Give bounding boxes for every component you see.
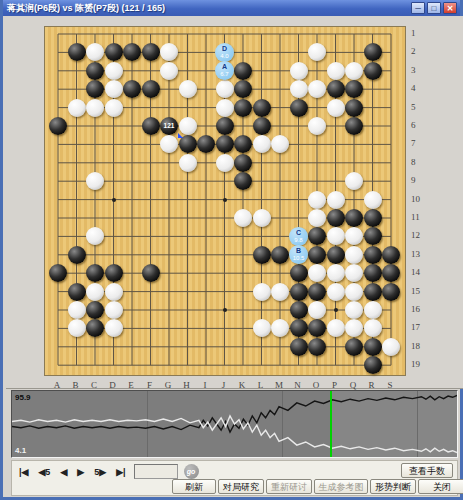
black-stone [364, 338, 382, 356]
white-stone [216, 154, 234, 172]
black-stone [142, 80, 160, 98]
close-button[interactable]: ✕ [443, 2, 457, 14]
row-label-3: 3 [411, 65, 427, 75]
go-button[interactable]: go [184, 464, 199, 479]
current-move-line[interactable] [330, 391, 332, 457]
white-stone [86, 283, 104, 301]
nav-forward-button[interactable]: ▶ [75, 466, 86, 478]
black-stone [290, 338, 308, 356]
black-stone [364, 264, 382, 282]
nav-first-button[interactable]: |◀ [17, 466, 30, 478]
white-stone [308, 301, 326, 319]
star-point [112, 198, 116, 202]
black-stone [86, 301, 104, 319]
row-label-4: 4 [411, 83, 427, 93]
black-stone [179, 135, 197, 153]
white-stone [364, 319, 382, 337]
white-stone [364, 191, 382, 209]
minimize-button[interactable]: ─ [411, 2, 425, 14]
black-stone [290, 283, 308, 301]
board-area: 121D4.0A6.7C9.8B10.5 ABCDEFGHIJKLMNOPQRS… [6, 16, 463, 389]
col-label-N: N [292, 380, 304, 390]
ai-suggestion-D[interactable]: D4.0 [215, 43, 234, 62]
white-stone [253, 135, 271, 153]
black-stone [290, 301, 308, 319]
white-stone [68, 99, 86, 117]
col-label-M: M [273, 380, 285, 390]
row-label-16: 16 [411, 304, 427, 314]
white-stone [105, 62, 123, 80]
black-stone [345, 338, 363, 356]
white-stone [327, 283, 345, 301]
col-label-I: I [199, 380, 211, 390]
white-stone [364, 301, 382, 319]
row-label-9: 9 [411, 175, 427, 185]
winrate-lines [12, 391, 457, 457]
black-stone [364, 283, 382, 301]
col-label-Q: Q [347, 380, 359, 390]
white-stone [234, 209, 252, 227]
row-label-17: 17 [411, 322, 427, 332]
view-moves-button[interactable]: 查看手数 [401, 463, 453, 478]
white-stone [253, 209, 271, 227]
black-stone [345, 117, 363, 135]
star-point [223, 308, 227, 312]
nav-forward5-button[interactable]: 5▶ [92, 466, 108, 478]
col-label-R: R [366, 380, 378, 390]
white-stone [105, 283, 123, 301]
row-label-19: 19 [411, 359, 427, 369]
row-label-5: 5 [411, 102, 427, 112]
black-stone [68, 43, 86, 61]
black-stone [142, 117, 160, 135]
black-stone [68, 246, 86, 264]
black-stone [308, 338, 326, 356]
black-stone [234, 62, 252, 80]
black-stone [364, 43, 382, 61]
black-stone [364, 209, 382, 227]
ai-suggestion-B[interactable]: B10.5 [289, 245, 308, 264]
move-number-input[interactable] [134, 464, 178, 479]
col-label-B: B [70, 380, 82, 390]
white-stone [290, 80, 308, 98]
black-winrate-label: 95.9 [15, 393, 31, 402]
button-2[interactable]: 对局研究 [218, 479, 264, 494]
col-label-O: O [310, 380, 322, 390]
ai-suggestion-C[interactable]: C9.8 [289, 227, 308, 246]
black-stone [290, 319, 308, 337]
black-stone [234, 154, 252, 172]
black-stone [105, 43, 123, 61]
black-stone [234, 99, 252, 117]
black-stone [142, 264, 160, 282]
col-label-L: L [255, 380, 267, 390]
row-label-11: 11 [411, 212, 427, 222]
go-board[interactable]: 121D4.0A6.7C9.8B10.5 [44, 26, 406, 376]
col-label-K: K [236, 380, 248, 390]
white-stone [179, 154, 197, 172]
white-stone [253, 319, 271, 337]
row-label-12: 12 [411, 230, 427, 240]
black-stone [327, 80, 345, 98]
black-stone [86, 62, 104, 80]
row-label-10: 10 [411, 194, 427, 204]
white-stone [327, 62, 345, 80]
white-stone [216, 80, 234, 98]
white-stone [382, 338, 400, 356]
col-label-A: A [51, 380, 63, 390]
black-stone [216, 135, 234, 153]
black-stone [327, 209, 345, 227]
white-stone [105, 319, 123, 337]
white-stone [290, 62, 308, 80]
row-label-13: 13 [411, 249, 427, 259]
button-1[interactable]: 刷新 [172, 479, 216, 494]
black-stone [142, 43, 160, 61]
white-stone [308, 191, 326, 209]
black-stone [49, 117, 67, 135]
button-3-disabled: 重新研讨 [266, 479, 312, 494]
window-title: 蒋其润(P6段) vs 陈赟(P7段) (121 / 165) [7, 2, 165, 15]
black-stone [68, 283, 86, 301]
col-label-C: C [88, 380, 100, 390]
white-stone [105, 301, 123, 319]
row-label-18: 18 [411, 341, 427, 351]
black-stone [105, 264, 123, 282]
white-stone [327, 99, 345, 117]
col-label-J: J [218, 380, 230, 390]
row-label-6: 6 [411, 120, 427, 130]
winrate-graph[interactable]: 95.94.1 [11, 390, 458, 458]
black-stone [253, 246, 271, 264]
black-stone [345, 209, 363, 227]
white-stone [68, 301, 86, 319]
col-label-P: P [329, 380, 341, 390]
ai-suggestion-A[interactable]: A6.7 [215, 61, 234, 80]
nav-last-button[interactable]: ▶| [114, 466, 127, 478]
nav-back-button[interactable]: ◀ [58, 466, 69, 478]
nav-back5-button[interactable]: ◀5 [36, 466, 52, 478]
button-6[interactable]: 关闭 [418, 479, 463, 494]
white-stone [345, 62, 363, 80]
white-stone [216, 99, 234, 117]
col-label-E: E [125, 380, 137, 390]
col-label-H: H [181, 380, 193, 390]
maximize-button[interactable]: □ [427, 2, 441, 14]
white-stone [105, 80, 123, 98]
current-move-triangle-marker [178, 133, 183, 138]
white-stone [253, 283, 271, 301]
row-label-15: 15 [411, 286, 427, 296]
black-stone [364, 246, 382, 264]
white-winrate-label: 4.1 [15, 446, 26, 455]
white-stone [345, 246, 363, 264]
star-point [223, 198, 227, 202]
white-stone [160, 62, 178, 80]
white-stone [327, 227, 345, 245]
black-stone [345, 99, 363, 117]
black-stone [382, 246, 400, 264]
title-bar[interactable]: 蒋其润(P6段) vs 陈赟(P7段) (121 / 165) ─ □ ✕ [3, 0, 460, 16]
white-stone [327, 191, 345, 209]
white-stone [327, 319, 345, 337]
row-label-1: 1 [411, 28, 427, 38]
black-stone [271, 246, 289, 264]
black-stone [308, 246, 326, 264]
white-stone [68, 319, 86, 337]
col-label-G: G [162, 380, 174, 390]
col-label-F: F [144, 380, 156, 390]
white-stone [345, 301, 363, 319]
black-stone [382, 283, 400, 301]
star-point [334, 308, 338, 312]
black-stone [364, 356, 382, 374]
black-stone [216, 117, 234, 135]
black-stone [364, 62, 382, 80]
col-label-S: S [384, 380, 396, 390]
white-stone [105, 99, 123, 117]
row-label-8: 8 [411, 157, 427, 167]
row-label-14: 14 [411, 267, 427, 277]
white-stone [308, 209, 326, 227]
button-4-disabled: 生成参考图 [314, 479, 368, 494]
row-label-2: 2 [411, 46, 427, 56]
black-stone [327, 246, 345, 264]
black-stone [290, 264, 308, 282]
black-stone [364, 227, 382, 245]
white-stone [308, 117, 326, 135]
row-label-7: 7 [411, 138, 427, 148]
white-stone [345, 283, 363, 301]
last-move-number: 121 [160, 117, 178, 135]
button-5[interactable]: 形势判断 [370, 479, 416, 494]
white-stone [179, 80, 197, 98]
white-stone [86, 99, 104, 117]
control-panel: |◀◀5◀▶5▶▶|go 查看手数 刷新对局研究重新研讨生成参考图形势判断关闭 [11, 460, 458, 496]
black-stone [308, 283, 326, 301]
white-stone [327, 264, 345, 282]
black-stone [290, 99, 308, 117]
black-stone [253, 99, 271, 117]
app-window: 蒋其润(P6段) vs 陈赟(P7段) (121 / 165) ─ □ ✕ 12… [0, 0, 463, 500]
black-stone [253, 117, 271, 135]
white-stone [271, 283, 289, 301]
col-label-D: D [107, 380, 119, 390]
